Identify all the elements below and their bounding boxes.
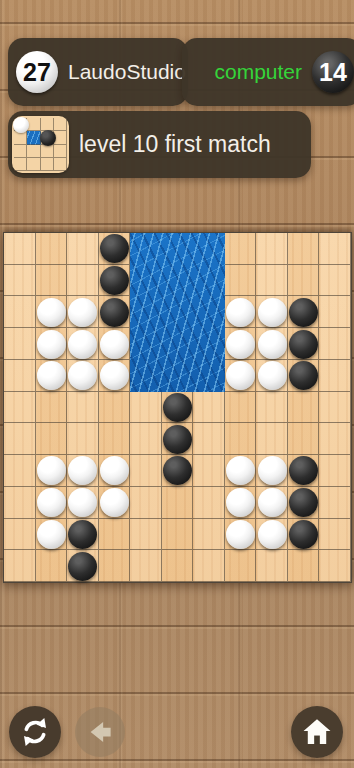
game-board	[3, 232, 352, 583]
player-name: LaudoStudio	[68, 60, 186, 84]
undo-left-arrow-icon	[85, 717, 115, 747]
player-score: 27	[23, 58, 51, 87]
board-cell[interactable]	[36, 423, 68, 455]
board-cell[interactable]	[256, 265, 288, 297]
mini-water-cell	[27, 131, 40, 144]
board-cell	[256, 455, 288, 487]
board-cell[interactable]	[319, 550, 351, 582]
board-cell	[67, 360, 99, 392]
white-disc	[226, 488, 255, 517]
board-cell[interactable]	[67, 392, 99, 424]
board-cell[interactable]	[99, 392, 131, 424]
board-cell[interactable]	[130, 519, 162, 551]
board-cell	[36, 487, 68, 519]
refresh-icon	[19, 716, 51, 748]
board-cell	[288, 455, 320, 487]
black-disc	[100, 298, 129, 327]
white-disc	[258, 520, 287, 549]
board-cell[interactable]	[288, 392, 320, 424]
computer-score-badge: computer 14	[182, 38, 354, 106]
black-disc	[289, 488, 318, 517]
mini-board-cell	[54, 145, 67, 158]
board-cell	[225, 360, 257, 392]
white-disc	[258, 456, 287, 485]
board-cell	[36, 519, 68, 551]
board-cell	[288, 328, 320, 360]
board-cell[interactable]	[130, 487, 162, 519]
mini-board-cell	[54, 158, 67, 171]
black-disc	[163, 393, 192, 422]
board-cell	[162, 392, 194, 424]
white-disc	[68, 361, 97, 390]
board-cell[interactable]	[162, 487, 194, 519]
board-cell[interactable]	[4, 423, 36, 455]
black-disc	[289, 456, 318, 485]
board-cell	[99, 328, 131, 360]
board-cell[interactable]	[319, 519, 351, 551]
board-cell	[36, 328, 68, 360]
board-cell	[256, 519, 288, 551]
board-cell[interactable]	[225, 423, 257, 455]
white-disc	[258, 298, 287, 327]
white-disc	[37, 330, 66, 359]
white-disc	[68, 456, 97, 485]
board-cell	[99, 487, 131, 519]
board-cell	[67, 519, 99, 551]
mini-board-cell	[14, 158, 27, 171]
board-cell	[36, 296, 68, 328]
mini-board-cell	[54, 131, 67, 144]
level-board-icon	[12, 116, 69, 173]
board-cell[interactable]	[193, 392, 225, 424]
board-cell[interactable]	[319, 296, 351, 328]
board-cell[interactable]	[36, 550, 68, 582]
white-disc	[37, 456, 66, 485]
board-cell[interactable]	[36, 233, 68, 265]
board-cell	[288, 519, 320, 551]
board-cell	[256, 360, 288, 392]
white-disc	[37, 361, 66, 390]
white-disc	[100, 456, 129, 485]
home-icon	[300, 715, 334, 749]
board-cell	[225, 296, 257, 328]
mini-board-cell	[54, 118, 67, 131]
board-cell[interactable]	[162, 550, 194, 582]
board-cell[interactable]	[256, 550, 288, 582]
board-cell[interactable]	[130, 423, 162, 455]
board-cell	[99, 296, 131, 328]
board-cell[interactable]	[36, 392, 68, 424]
white-disc	[258, 330, 287, 359]
board-cell[interactable]	[193, 487, 225, 519]
board-cell[interactable]	[99, 550, 131, 582]
board-cell[interactable]	[4, 233, 36, 265]
board-cell[interactable]	[288, 550, 320, 582]
board-cell[interactable]	[319, 455, 351, 487]
board-cell[interactable]	[225, 233, 257, 265]
black-disc	[68, 520, 97, 549]
board-cell	[36, 360, 68, 392]
board-cell[interactable]	[4, 455, 36, 487]
black-disc	[100, 266, 129, 295]
mini-board-cell	[41, 145, 54, 158]
board-cell[interactable]	[319, 392, 351, 424]
board-cell[interactable]	[288, 265, 320, 297]
black-disc	[163, 456, 192, 485]
board-cell	[288, 296, 320, 328]
black-disc	[289, 361, 318, 390]
board-cell[interactable]	[256, 423, 288, 455]
black-disc	[289, 298, 318, 327]
white-disc	[100, 488, 129, 517]
board-cell	[99, 360, 131, 392]
board-cell	[256, 328, 288, 360]
board-cell[interactable]	[4, 550, 36, 582]
board-cell[interactable]	[225, 550, 257, 582]
board-cell	[67, 487, 99, 519]
board-cell	[36, 455, 68, 487]
board-cell[interactable]	[4, 392, 36, 424]
board-cell[interactable]	[130, 455, 162, 487]
board-cell	[67, 550, 99, 582]
level-label: level 10 first match	[79, 131, 271, 158]
board-cell[interactable]	[256, 392, 288, 424]
board-cell[interactable]	[319, 233, 351, 265]
board-cell	[225, 455, 257, 487]
white-disc	[68, 488, 97, 517]
level-badge: level 10 first match	[8, 111, 311, 178]
board-cell	[67, 455, 99, 487]
board-cell[interactable]	[67, 233, 99, 265]
white-disc	[37, 298, 66, 327]
board-cell	[288, 360, 320, 392]
white-disc	[37, 488, 66, 517]
mini-board-cell	[14, 131, 27, 144]
white-disc	[37, 520, 66, 549]
black-disc	[289, 520, 318, 549]
board-cell[interactable]	[99, 423, 131, 455]
computer-black-disc: 14	[312, 51, 354, 93]
board-cell	[67, 296, 99, 328]
board-cell[interactable]	[162, 519, 194, 551]
mini-board-cell	[41, 118, 54, 131]
board-cell[interactable]	[288, 233, 320, 265]
mini-board-cell	[41, 131, 54, 144]
white-disc	[226, 520, 255, 549]
white-disc	[226, 361, 255, 390]
computer-name: computer	[214, 60, 302, 84]
computer-score: 14	[319, 58, 347, 87]
board-cell[interactable]	[4, 328, 36, 360]
board-cell[interactable]	[193, 423, 225, 455]
board-cell[interactable]	[319, 423, 351, 455]
black-disc	[100, 234, 129, 263]
white-disc	[226, 330, 255, 359]
board-cell	[256, 296, 288, 328]
board-cell	[225, 519, 257, 551]
board-cell[interactable]	[4, 265, 36, 297]
board-cell	[225, 328, 257, 360]
restart-button[interactable]	[9, 706, 61, 758]
white-disc	[226, 298, 255, 327]
board-cell[interactable]	[225, 265, 257, 297]
board-cell[interactable]	[319, 328, 351, 360]
mini-board-cell	[14, 145, 27, 158]
board-cell[interactable]	[4, 360, 36, 392]
board-cell[interactable]	[67, 265, 99, 297]
board-cell[interactable]	[256, 233, 288, 265]
board-cell[interactable]	[288, 423, 320, 455]
player-score-badge: 27 LaudoStudio	[8, 38, 188, 106]
undo-button[interactable]	[75, 707, 125, 757]
white-disc	[258, 488, 287, 517]
black-disc	[289, 330, 318, 359]
white-disc	[68, 330, 97, 359]
board-cell[interactable]	[4, 519, 36, 551]
board-cell[interactable]	[319, 360, 351, 392]
board-cell[interactable]	[193, 519, 225, 551]
board-cell[interactable]	[193, 550, 225, 582]
mini-board-cell	[41, 158, 54, 171]
board-cell[interactable]	[225, 392, 257, 424]
board-cell	[225, 487, 257, 519]
board-cell[interactable]	[130, 550, 162, 582]
board-cell[interactable]	[193, 455, 225, 487]
black-disc	[163, 425, 192, 454]
board-cell	[288, 487, 320, 519]
white-disc	[226, 456, 255, 485]
water-obstacle	[130, 233, 225, 392]
board-cell[interactable]	[319, 487, 351, 519]
player-white-disc: 27	[16, 51, 58, 93]
mini-board-cell	[27, 158, 40, 171]
white-disc	[258, 361, 287, 390]
board-cell	[162, 423, 194, 455]
white-disc	[100, 330, 129, 359]
mini-board-cell	[27, 145, 40, 158]
black-disc	[68, 552, 97, 581]
board-cell	[256, 487, 288, 519]
board-cell[interactable]	[36, 265, 68, 297]
board-cell[interactable]	[67, 423, 99, 455]
board-cell[interactable]	[4, 487, 36, 519]
board-cell	[99, 233, 131, 265]
board-cell	[67, 328, 99, 360]
board-cell[interactable]	[4, 296, 36, 328]
board-cell	[99, 265, 131, 297]
mini-board-grid	[14, 118, 67, 171]
board-cell[interactable]	[319, 265, 351, 297]
board-cell[interactable]	[130, 392, 162, 424]
board-cell[interactable]	[99, 519, 131, 551]
board-cell	[162, 455, 194, 487]
game-screen: 27 LaudoStudio computer 14 level 10 firs…	[0, 0, 354, 768]
board-cell	[99, 455, 131, 487]
white-disc	[68, 298, 97, 327]
mini-board-cell	[14, 118, 27, 131]
mini-board-cell	[27, 118, 40, 131]
home-button[interactable]	[291, 706, 343, 758]
white-disc	[100, 361, 129, 390]
